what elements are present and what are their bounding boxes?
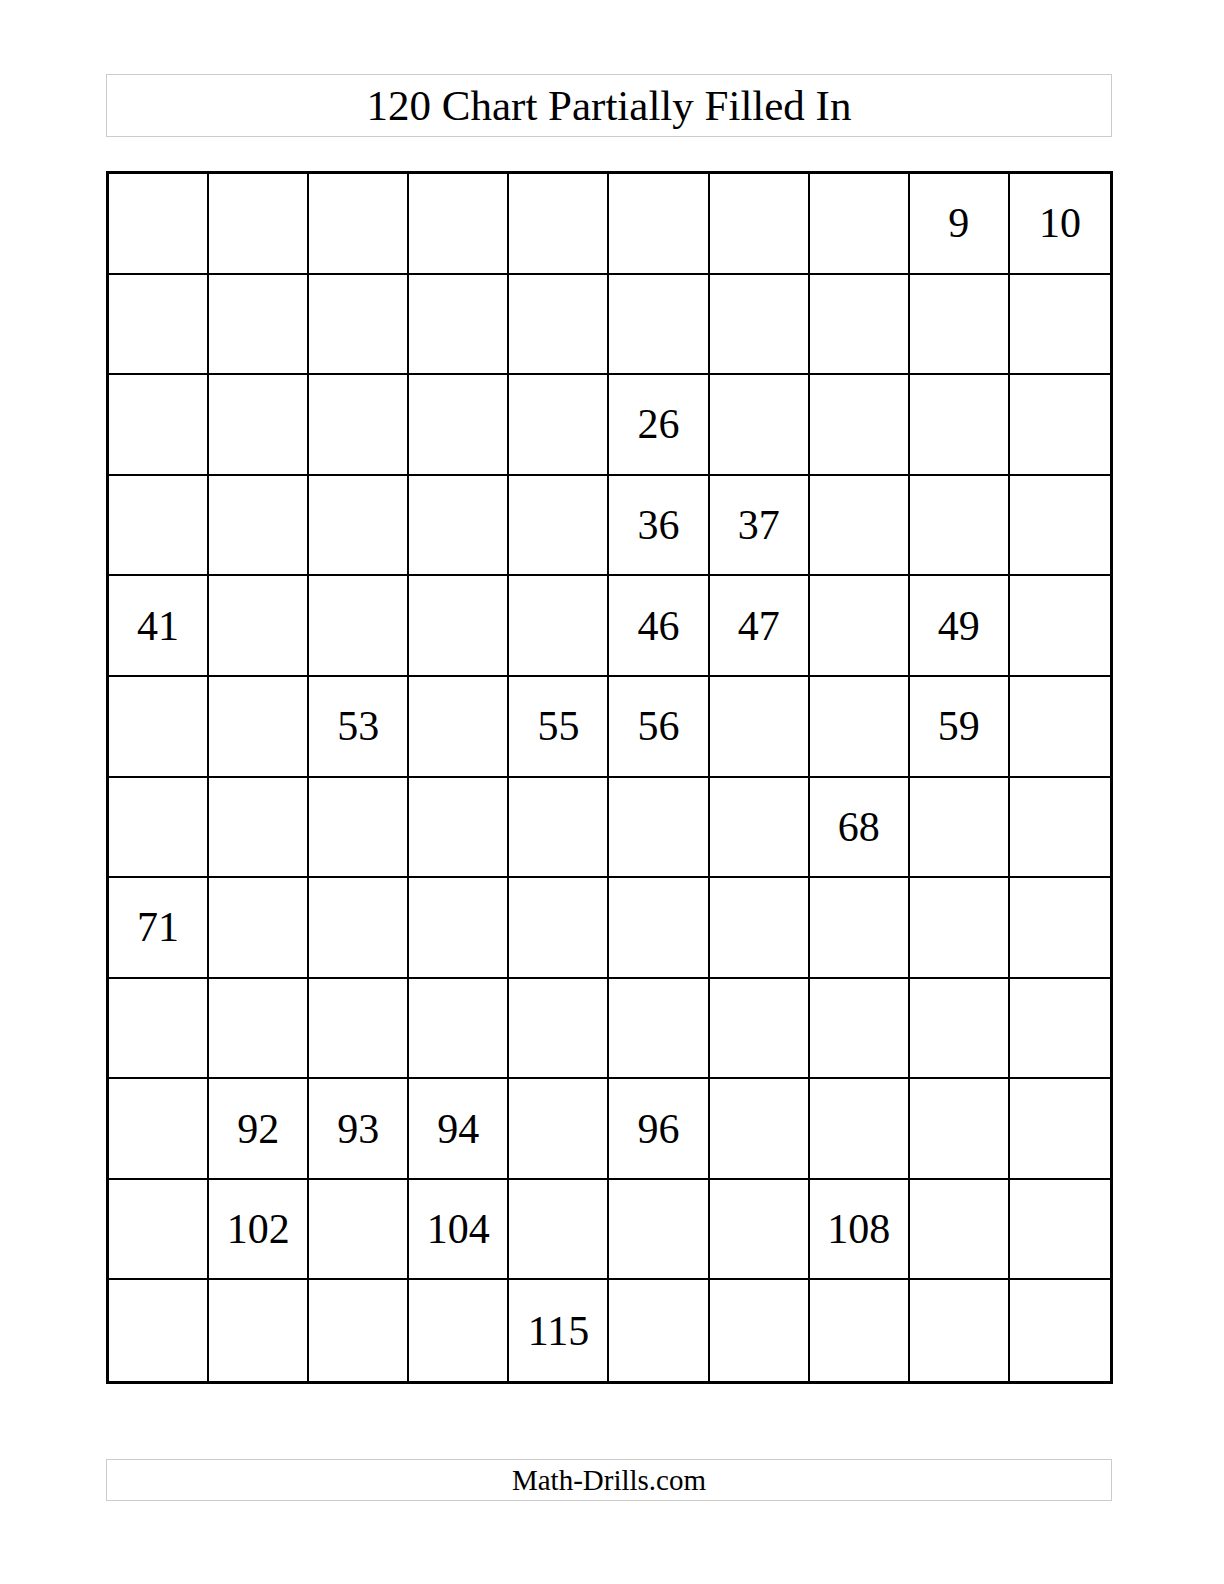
grid-cell-empty [309,576,409,677]
grid-cell-number: 59 [910,677,1010,778]
grid-cell-empty [109,677,209,778]
grid-cell-empty [209,878,309,979]
grid-cell-number: 53 [309,677,409,778]
grid-cell-empty [509,174,609,275]
grid-cell-empty [609,1280,709,1381]
grid-cell-empty [109,275,209,376]
grid-cell-empty [910,878,1010,979]
grid-cell-empty [1010,1079,1110,1180]
grid-cell-empty [309,174,409,275]
title-box: 120 Chart Partially Filled In [106,74,1112,137]
grid-cell-empty [509,1079,609,1180]
grid-cell-empty [1010,878,1110,979]
grid-cell-empty [1010,1280,1110,1381]
grid-cell-empty [1010,979,1110,1080]
grid-cell-empty [309,275,409,376]
grid-cell-number: 56 [609,677,709,778]
grid-cell-empty [109,174,209,275]
grid-cell-number: 37 [710,476,810,577]
grid-cell-empty [109,375,209,476]
grid-cell-number: 26 [609,375,709,476]
grid-cell-number: 55 [509,677,609,778]
grid-cell-empty [209,576,309,677]
grid-cell-number: 108 [810,1180,910,1281]
grid-cell-empty [1010,576,1110,677]
grid-cell-empty [1010,677,1110,778]
grid-cell-empty [409,1280,509,1381]
grid-cell-number: 102 [209,1180,309,1281]
grid-cell-empty [209,476,309,577]
grid-cell-empty [409,979,509,1080]
grid-cell-empty [910,979,1010,1080]
grid-cell-empty [609,878,709,979]
grid-cell-number: 93 [309,1079,409,1180]
grid-cell-number: 96 [609,1079,709,1180]
grid-cell-empty [710,878,810,979]
grid-cell-empty [710,1280,810,1381]
grid-cell-empty [609,1180,709,1281]
grid-cell-empty [409,275,509,376]
grid-cell-empty [109,476,209,577]
grid-cell-number: 41 [109,576,209,677]
grid-cell-empty [509,778,609,879]
grid-cell-empty [810,1280,910,1381]
grid-cell-empty [509,275,609,376]
grid-cell-number: 68 [810,778,910,879]
grid-cell-empty [609,778,709,879]
grid-cell-number: 47 [710,576,810,677]
grid-cell-empty [309,778,409,879]
grid-cell-empty [409,174,509,275]
grid-cell-empty [409,778,509,879]
grid-cell-empty [309,375,409,476]
grid-cell-empty [910,1079,1010,1180]
grid-cell-number: 115 [509,1280,609,1381]
grid-cell-empty [710,677,810,778]
grid-cell-empty [710,1180,810,1281]
grid-cell-empty [810,476,910,577]
grid-cell-empty [409,375,509,476]
grid-cell-empty [509,476,609,577]
footer-box: Math-Drills.com [106,1459,1112,1501]
grid-cell-empty [209,979,309,1080]
grid-cell-empty [710,375,810,476]
grid-cell-empty [109,979,209,1080]
grid-cell-empty [309,1280,409,1381]
grid-cell-empty [609,979,709,1080]
grid-cell-empty [1010,375,1110,476]
grid-cell-empty [209,174,309,275]
grid-cell-empty [109,1280,209,1381]
grid-cell-empty [109,1079,209,1180]
grid-cell-number: 104 [409,1180,509,1281]
grid-cell-empty [409,878,509,979]
grid-cell-number: 9 [910,174,1010,275]
page-title: 120 Chart Partially Filled In [367,84,852,127]
grid-cell-empty [309,1180,409,1281]
grid-cell-empty [409,576,509,677]
grid-cell-number: 49 [910,576,1010,677]
grid-cell-empty [910,1180,1010,1281]
grid-cell-empty [810,174,910,275]
grid-cell-empty [1010,1180,1110,1281]
worksheet-page: 120 Chart Partially Filled In 9102636374… [0,0,1224,1584]
grid-cell-empty [309,476,409,577]
grid-cell-empty [810,576,910,677]
grid-cell-empty [209,275,309,376]
grid-cell-empty [509,576,609,677]
grid-cell-number: 92 [209,1079,309,1180]
grid-cell-number: 46 [609,576,709,677]
grid-cell-empty [309,878,409,979]
grid-cell-empty [810,677,910,778]
grid-cell-empty [509,878,609,979]
grid-cell-empty [409,677,509,778]
grid-cell-empty [209,778,309,879]
grid-cell-empty [1010,778,1110,879]
grid-cell-empty [109,778,209,879]
chart-grid: 9102636374146474953555659687192939496102… [106,171,1113,1384]
footer-brand: Math-Drills.com [512,1466,706,1495]
grid-cell-number: 10 [1010,174,1110,275]
grid-cell-number: 94 [409,1079,509,1180]
grid-cell-empty [209,375,309,476]
grid-cell-number: 36 [609,476,709,577]
grid-cell-empty [810,1079,910,1180]
grid-cell-number: 71 [109,878,209,979]
grid-cell-empty [209,1280,309,1381]
grid-cell-empty [710,979,810,1080]
grid-cell-empty [810,878,910,979]
grid-cell-empty [710,1079,810,1180]
grid-cell-empty [710,275,810,376]
grid-cell-empty [1010,476,1110,577]
grid-cell-empty [209,677,309,778]
grid-cell-empty [509,979,609,1080]
grid-cell-empty [810,275,910,376]
grid-cell-empty [109,1180,209,1281]
grid-cell-empty [910,476,1010,577]
grid-cell-empty [810,979,910,1080]
grid-cell-empty [609,275,709,376]
grid-cell-empty [609,174,709,275]
grid-cell-empty [710,778,810,879]
grid-cell-empty [910,275,1010,376]
grid-cell-empty [309,979,409,1080]
grid-cell-empty [1010,275,1110,376]
grid-cell-empty [910,375,1010,476]
grid-cell-empty [810,375,910,476]
grid-cell-empty [409,476,509,577]
grid-cell-empty [910,1280,1010,1381]
grid-cell-empty [710,174,810,275]
grid-cell-empty [509,375,609,476]
grid-cell-empty [910,778,1010,879]
grid-cell-empty [509,1180,609,1281]
